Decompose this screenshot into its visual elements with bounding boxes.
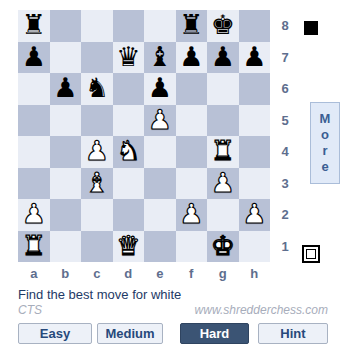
- white-side-indicator: [302, 245, 320, 263]
- white-bishop-c3[interactable]: ♝: [85, 169, 109, 196]
- square-d5[interactable]: [113, 105, 145, 137]
- square-c8[interactable]: [81, 10, 113, 42]
- square-g3[interactable]: ♟: [207, 168, 239, 200]
- square-e7[interactable]: ♝: [144, 42, 176, 74]
- square-b2[interactable]: [50, 199, 82, 231]
- square-b6[interactable]: ♟: [50, 73, 82, 105]
- hint-button[interactable]: Hint: [258, 323, 328, 344]
- square-e4[interactable]: [144, 136, 176, 168]
- rank-labels: 87654321: [278, 10, 292, 262]
- file-label-d: d: [113, 266, 145, 282]
- square-b7[interactable]: [50, 42, 82, 74]
- white-rook-a1[interactable]: ♜: [22, 232, 46, 259]
- square-h4[interactable]: [239, 136, 271, 168]
- file-labels: abcdefgh: [18, 266, 270, 282]
- square-g7[interactable]: ♟: [207, 42, 239, 74]
- file-label-a: a: [18, 266, 50, 282]
- square-b3[interactable]: [50, 168, 82, 200]
- square-h6[interactable]: [239, 73, 271, 105]
- black-pawn-a7[interactable]: ♟: [22, 43, 46, 70]
- more-button-letter-3: e: [321, 159, 328, 175]
- file-label-h: h: [239, 266, 271, 282]
- square-d8[interactable]: [113, 10, 145, 42]
- square-d6[interactable]: [113, 73, 145, 105]
- square-b5[interactable]: [50, 105, 82, 137]
- black-queen-d7[interactable]: ♛: [116, 43, 140, 70]
- easy-button[interactable]: Easy: [18, 323, 92, 344]
- square-e6[interactable]: ♟: [144, 73, 176, 105]
- square-g6[interactable]: [207, 73, 239, 105]
- more-button[interactable]: More: [310, 102, 340, 184]
- black-pawn-h7[interactable]: ♟: [242, 43, 266, 70]
- white-pawn-a2[interactable]: ♟: [22, 200, 46, 227]
- square-b1[interactable]: [50, 231, 82, 263]
- chess-board: ♜♜♚♟♛♝♟♟♟♟♞♟♟♟♞♜♝♟♟♟♟♜♛♚: [18, 10, 270, 262]
- site-link[interactable]: www.shredderchess.com: [195, 303, 328, 317]
- square-g8[interactable]: ♚: [207, 10, 239, 42]
- black-pawn-g7[interactable]: ♟: [211, 43, 235, 70]
- square-a5[interactable]: [18, 105, 50, 137]
- square-c1[interactable]: [81, 231, 113, 263]
- square-c4[interactable]: ♟: [81, 136, 113, 168]
- square-g4[interactable]: ♜: [207, 136, 239, 168]
- rank-label-6: 6: [278, 73, 292, 105]
- square-e3[interactable]: [144, 168, 176, 200]
- square-h8[interactable]: [239, 10, 271, 42]
- square-f6[interactable]: [176, 73, 208, 105]
- square-c3[interactable]: ♝: [81, 168, 113, 200]
- square-e2[interactable]: [144, 199, 176, 231]
- black-knight-c6[interactable]: ♞: [85, 74, 109, 101]
- square-a4[interactable]: [18, 136, 50, 168]
- white-rook-g4[interactable]: ♜: [211, 137, 235, 164]
- white-pawn-c4[interactable]: ♟: [85, 137, 109, 164]
- square-e8[interactable]: [144, 10, 176, 42]
- square-c2[interactable]: [81, 199, 113, 231]
- square-d2[interactable]: [113, 199, 145, 231]
- square-h2[interactable]: ♟: [239, 199, 271, 231]
- square-a8[interactable]: ♜: [18, 10, 50, 42]
- more-button-letter-2: r: [322, 143, 327, 159]
- rank-label-8: 8: [278, 10, 292, 42]
- puzzle-prompt: Find the best move for white: [18, 287, 181, 302]
- file-label-b: b: [50, 266, 82, 282]
- black-king-g8[interactable]: ♚: [211, 11, 235, 38]
- square-f2[interactable]: ♟: [176, 199, 208, 231]
- square-a7[interactable]: ♟: [18, 42, 50, 74]
- black-bishop-e7[interactable]: ♝: [148, 43, 172, 70]
- hard-button[interactable]: Hard: [180, 323, 249, 344]
- square-c6[interactable]: ♞: [81, 73, 113, 105]
- file-label-e: e: [144, 266, 176, 282]
- square-a2[interactable]: ♟: [18, 199, 50, 231]
- square-d7[interactable]: ♛: [113, 42, 145, 74]
- square-h7[interactable]: ♟: [239, 42, 271, 74]
- square-a6[interactable]: [18, 73, 50, 105]
- square-b8[interactable]: [50, 10, 82, 42]
- shredder-tactics-page: ♜♜♚♟♛♝♟♟♟♟♞♟♟♟♞♜♝♟♟♟♟♜♛♚ 87654321 abcdef…: [0, 0, 351, 354]
- square-f5[interactable]: [176, 105, 208, 137]
- rank-label-5: 5: [278, 105, 292, 137]
- file-label-f: f: [176, 266, 208, 282]
- square-g2[interactable]: [207, 199, 239, 231]
- rank-label-4: 4: [278, 136, 292, 168]
- black-pawn-e6[interactable]: ♟: [148, 74, 172, 101]
- white-king-g1[interactable]: ♚: [211, 232, 235, 259]
- source-label: CTS: [18, 303, 42, 317]
- square-f1[interactable]: [176, 231, 208, 263]
- square-f7[interactable]: ♟: [176, 42, 208, 74]
- rank-label-2: 2: [278, 199, 292, 231]
- square-h5[interactable]: [239, 105, 271, 137]
- black-pawn-b6[interactable]: ♟: [53, 74, 77, 101]
- black-rook-f8[interactable]: ♜: [179, 11, 203, 38]
- square-c5[interactable]: [81, 105, 113, 137]
- square-d3[interactable]: [113, 168, 145, 200]
- square-d1[interactable]: ♛: [113, 231, 145, 263]
- more-button-letter-0: M: [320, 111, 331, 127]
- rank-label-1: 1: [278, 231, 292, 263]
- rank-label-3: 3: [278, 168, 292, 200]
- square-c7[interactable]: [81, 42, 113, 74]
- black-side-indicator: [304, 21, 318, 35]
- file-label-g: g: [207, 266, 239, 282]
- white-queen-d1[interactable]: ♛: [116, 232, 140, 259]
- white-pawn-g3[interactable]: ♟: [211, 169, 235, 196]
- black-rook-a8[interactable]: ♜: [22, 11, 46, 38]
- square-d4[interactable]: ♞: [113, 136, 145, 168]
- file-label-c: c: [81, 266, 113, 282]
- square-a3[interactable]: [18, 168, 50, 200]
- medium-button[interactable]: Medium: [97, 323, 163, 344]
- square-b4[interactable]: [50, 136, 82, 168]
- square-h3[interactable]: [239, 168, 271, 200]
- square-f4[interactable]: [176, 136, 208, 168]
- square-e1[interactable]: [144, 231, 176, 263]
- square-f3[interactable]: [176, 168, 208, 200]
- square-g1[interactable]: ♚: [207, 231, 239, 263]
- white-knight-d4[interactable]: ♞: [116, 137, 140, 164]
- more-button-letter-1: o: [321, 127, 329, 143]
- white-pawn-f2[interactable]: ♟: [179, 200, 203, 227]
- white-pawn-h2[interactable]: ♟: [242, 200, 266, 227]
- white-side-indicator-inner: [306, 249, 316, 259]
- square-h1[interactable]: [239, 231, 271, 263]
- square-f8[interactable]: ♜: [176, 10, 208, 42]
- rank-label-7: 7: [278, 42, 292, 74]
- square-a1[interactable]: ♜: [18, 231, 50, 263]
- square-g5[interactable]: [207, 105, 239, 137]
- square-e5[interactable]: ♟: [144, 105, 176, 137]
- white-pawn-e5[interactable]: ♟: [148, 106, 172, 133]
- black-pawn-f7[interactable]: ♟: [179, 43, 203, 70]
